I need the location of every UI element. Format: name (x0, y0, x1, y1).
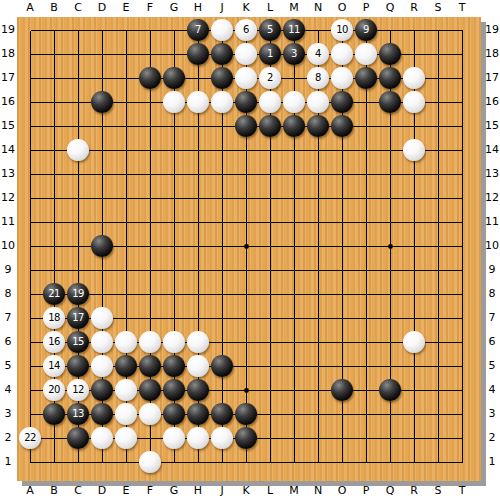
stone-white-R17 (403, 67, 425, 89)
move-number: 14 (48, 361, 60, 371)
stone-white-R16 (403, 91, 425, 113)
stone-white-L16 (259, 91, 281, 113)
row-label-right-1: 1 (480, 454, 500, 470)
row-label-right-15: 15 (480, 118, 500, 134)
col-label-top-O: O (330, 0, 354, 16)
stone-white-E6 (115, 331, 137, 353)
stone-black-O4 (331, 379, 353, 401)
row-label-right-2: 2 (480, 430, 500, 446)
stone-black-Q17 (379, 67, 401, 89)
stone-black-C5 (67, 355, 89, 377)
star-point-Q10 (388, 244, 393, 249)
stone-black-B3 (43, 403, 65, 425)
stone-black-O15 (331, 115, 353, 137)
stone-white-N17: 8 (307, 67, 329, 89)
stone-black-M18: 3 (283, 43, 305, 65)
col-label-bottom-O: O (330, 483, 354, 499)
go-diagram: 75119132119171513610428181614201222 AABB… (0, 0, 500, 500)
col-label-bottom-H: H (186, 483, 210, 499)
row-label-right-3: 3 (480, 406, 500, 422)
stone-white-O19: 10 (331, 19, 353, 41)
stone-black-O16 (331, 91, 353, 113)
col-label-bottom-N: N (306, 483, 330, 499)
move-number: 17 (72, 313, 84, 323)
row-label-right-13: 13 (480, 166, 500, 182)
stone-black-M19: 11 (283, 19, 305, 41)
stone-black-G3 (163, 403, 185, 425)
stone-black-K2 (235, 427, 257, 449)
stone-black-J3 (211, 403, 233, 425)
stone-black-H19: 7 (187, 19, 209, 41)
stone-white-J19 (211, 19, 233, 41)
stone-white-D6 (91, 331, 113, 353)
stone-white-J2 (211, 427, 233, 449)
stone-white-O18 (331, 43, 353, 65)
stone-white-D7 (91, 307, 113, 329)
stone-white-O17 (331, 67, 353, 89)
stone-white-G16 (163, 91, 185, 113)
stone-black-Q4 (379, 379, 401, 401)
stone-black-G4 (163, 379, 185, 401)
stone-black-H3 (187, 403, 209, 425)
row-label-right-11: 11 (480, 214, 500, 230)
stone-white-C14 (67, 139, 89, 161)
col-label-top-C: C (66, 0, 90, 16)
stone-black-J5 (211, 355, 233, 377)
stone-black-F17 (139, 67, 161, 89)
col-label-top-J: J (210, 0, 234, 16)
col-label-bottom-B: B (42, 483, 66, 499)
stone-white-D2 (91, 427, 113, 449)
col-label-top-L: L (258, 0, 282, 16)
row-label-right-10: 10 (480, 238, 500, 254)
col-label-top-S: S (426, 0, 450, 16)
col-label-bottom-L: L (258, 483, 282, 499)
stone-black-N15 (307, 115, 329, 137)
stone-white-G6 (163, 331, 185, 353)
stone-black-D3 (91, 403, 113, 425)
col-label-top-E: E (114, 0, 138, 16)
stone-black-H18 (187, 43, 209, 65)
move-number: 18 (48, 313, 60, 323)
stone-black-C6: 15 (67, 331, 89, 353)
col-label-bottom-C: C (66, 483, 90, 499)
stone-white-K17 (235, 67, 257, 89)
stone-black-Q18 (379, 43, 401, 65)
move-number: 11 (288, 25, 300, 35)
col-label-top-H: H (186, 0, 210, 16)
col-label-bottom-R: R (402, 483, 426, 499)
stone-black-B8: 21 (43, 283, 65, 305)
stone-black-K16 (235, 91, 257, 113)
stone-black-D10 (91, 235, 113, 257)
col-label-bottom-K: K (234, 483, 258, 499)
row-label-right-17: 17 (480, 70, 500, 86)
stone-white-E4 (115, 379, 137, 401)
move-number: 16 (48, 337, 60, 347)
stone-white-B4: 20 (43, 379, 65, 401)
move-number: 22 (24, 433, 36, 443)
col-label-bottom-J: J (210, 483, 234, 499)
row-label-right-8: 8 (480, 286, 500, 302)
stone-white-K19: 6 (235, 19, 257, 41)
stone-white-F1 (139, 451, 161, 473)
stone-white-C4: 12 (67, 379, 89, 401)
stone-black-Q16 (379, 91, 401, 113)
stone-white-B6: 16 (43, 331, 65, 353)
col-label-bottom-D: D (90, 483, 114, 499)
stone-white-G2 (163, 427, 185, 449)
col-label-bottom-F: F (138, 483, 162, 499)
stone-black-L15 (259, 115, 281, 137)
col-label-top-Q: Q (378, 0, 402, 16)
stone-white-J16 (211, 91, 233, 113)
stone-white-B5: 14 (43, 355, 65, 377)
stone-black-H4 (187, 379, 209, 401)
col-label-top-A: A (18, 0, 42, 16)
star-point-K4 (244, 388, 249, 393)
stone-white-E3 (115, 403, 137, 425)
row-label-right-16: 16 (480, 94, 500, 110)
stone-white-R14 (403, 139, 425, 161)
col-label-top-T: T (450, 0, 474, 16)
stone-black-J17 (211, 67, 233, 89)
row-label-right-19: 19 (480, 22, 500, 38)
move-number: 7 (195, 25, 201, 35)
stone-black-F5 (139, 355, 161, 377)
stone-white-A2: 22 (19, 427, 41, 449)
col-label-bottom-Q: Q (378, 483, 402, 499)
stone-black-M15 (283, 115, 305, 137)
col-label-top-F: F (138, 0, 162, 16)
col-label-bottom-A: A (18, 483, 42, 499)
star-point-K10 (244, 244, 249, 249)
col-label-bottom-T: T (450, 483, 474, 499)
stone-black-E5 (115, 355, 137, 377)
move-number: 15 (72, 337, 84, 347)
col-label-bottom-P: P (354, 483, 378, 499)
stone-white-B7: 18 (43, 307, 65, 329)
row-label-right-12: 12 (480, 190, 500, 206)
move-number: 5 (267, 25, 273, 35)
row-label-right-5: 5 (480, 358, 500, 374)
col-label-top-M: M (282, 0, 306, 16)
stone-white-K18 (235, 43, 257, 65)
stone-black-P17 (355, 67, 377, 89)
col-label-bottom-M: M (282, 483, 306, 499)
stone-white-H5 (187, 355, 209, 377)
stone-black-D4 (91, 379, 113, 401)
stone-white-R6 (403, 331, 425, 353)
move-number: 9 (363, 25, 369, 35)
col-label-top-B: B (42, 0, 66, 16)
stone-black-K15 (235, 115, 257, 137)
stone-white-P18 (355, 43, 377, 65)
row-label-right-6: 6 (480, 334, 500, 350)
stone-black-J18 (211, 43, 233, 65)
row-label-right-18: 18 (480, 46, 500, 62)
stone-black-F4 (139, 379, 161, 401)
col-label-top-K: K (234, 0, 258, 16)
col-label-top-N: N (306, 0, 330, 16)
move-number: 13 (72, 409, 84, 419)
move-number: 2 (267, 73, 273, 83)
col-label-bottom-G: G (162, 483, 186, 499)
stone-white-F3 (139, 403, 161, 425)
stone-black-C3: 13 (67, 403, 89, 425)
stone-white-H16 (187, 91, 209, 113)
row-label-right-4: 4 (480, 382, 500, 398)
stone-white-H6 (187, 331, 209, 353)
stone-white-M16 (283, 91, 305, 113)
stone-black-L19: 5 (259, 19, 281, 41)
move-number: 21 (48, 289, 60, 299)
stone-black-K3 (235, 403, 257, 425)
row-label-right-9: 9 (480, 262, 500, 278)
row-label-right-14: 14 (480, 142, 500, 158)
stone-black-G17 (163, 67, 185, 89)
stone-black-C2 (67, 427, 89, 449)
stone-white-H2 (187, 427, 209, 449)
stone-black-G5 (163, 355, 185, 377)
go-board[interactable]: 75119132119171513610428181614201222 (17, 17, 481, 481)
move-number: 20 (48, 385, 60, 395)
stone-black-L18: 1 (259, 43, 281, 65)
stone-white-D5 (91, 355, 113, 377)
row-label-right-7: 7 (480, 310, 500, 326)
stone-black-P19: 9 (355, 19, 377, 41)
col-label-top-D: D (90, 0, 114, 16)
move-number: 1 (267, 49, 273, 59)
col-label-bottom-E: E (114, 483, 138, 499)
col-label-top-R: R (402, 0, 426, 16)
stone-white-E2 (115, 427, 137, 449)
move-number: 12 (72, 385, 84, 395)
col-label-bottom-S: S (426, 483, 450, 499)
stone-white-N16 (307, 91, 329, 113)
move-number: 6 (243, 25, 249, 35)
stone-white-N18: 4 (307, 43, 329, 65)
move-number: 8 (315, 73, 321, 83)
stone-white-L17: 2 (259, 67, 281, 89)
stone-black-D16 (91, 91, 113, 113)
col-label-top-P: P (354, 0, 378, 16)
col-label-top-G: G (162, 0, 186, 16)
stone-black-C8: 19 (67, 283, 89, 305)
move-number: 19 (72, 289, 84, 299)
move-number: 3 (291, 49, 297, 59)
move-number: 4 (315, 49, 321, 59)
stone-white-F6 (139, 331, 161, 353)
move-number: 10 (336, 25, 348, 35)
stone-black-C7: 17 (67, 307, 89, 329)
